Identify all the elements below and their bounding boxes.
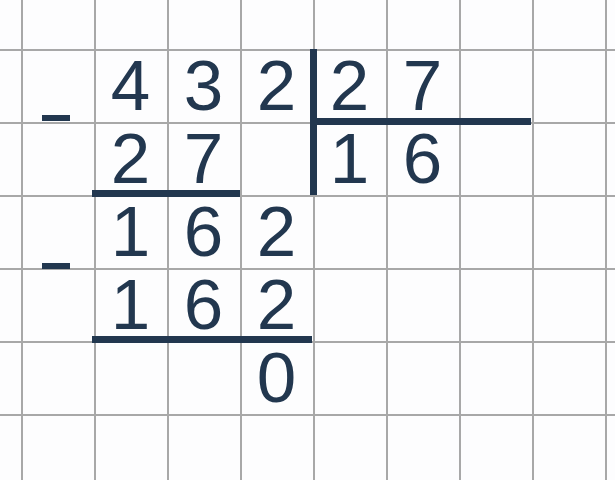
subtrahend2-digit-hundreds: 1: [94, 268, 167, 341]
subtrahend1-digit-ones: 7: [167, 122, 240, 195]
long-division-board: 4322727161621620: [0, 0, 615, 480]
minus-sign-bottom: [42, 263, 70, 269]
quotient-digit-tens: 1: [313, 122, 386, 195]
subtrahend2-digit-tens: 6: [167, 268, 240, 341]
subtrahend1-digit-tens: 2: [94, 122, 167, 195]
partial-remainder-digit-tens: 6: [167, 195, 240, 268]
final-remainder-digit: 0: [240, 341, 313, 414]
quotient-digit-ones: 6: [386, 122, 459, 195]
divisor-digit-tens: 2: [313, 49, 386, 122]
dividend-digit-hundreds: 4: [94, 49, 167, 122]
dividend-digit-tens: 3: [167, 49, 240, 122]
dividend-digit-ones: 2: [240, 49, 313, 122]
partial-remainder-digit-hundreds: 1: [94, 195, 167, 268]
subtrahend2-digit-ones: 2: [240, 268, 313, 341]
divisor-digit-ones: 7: [386, 49, 459, 122]
minus-sign-top: [42, 115, 70, 121]
partial-remainder-digit-ones: 2: [240, 195, 313, 268]
